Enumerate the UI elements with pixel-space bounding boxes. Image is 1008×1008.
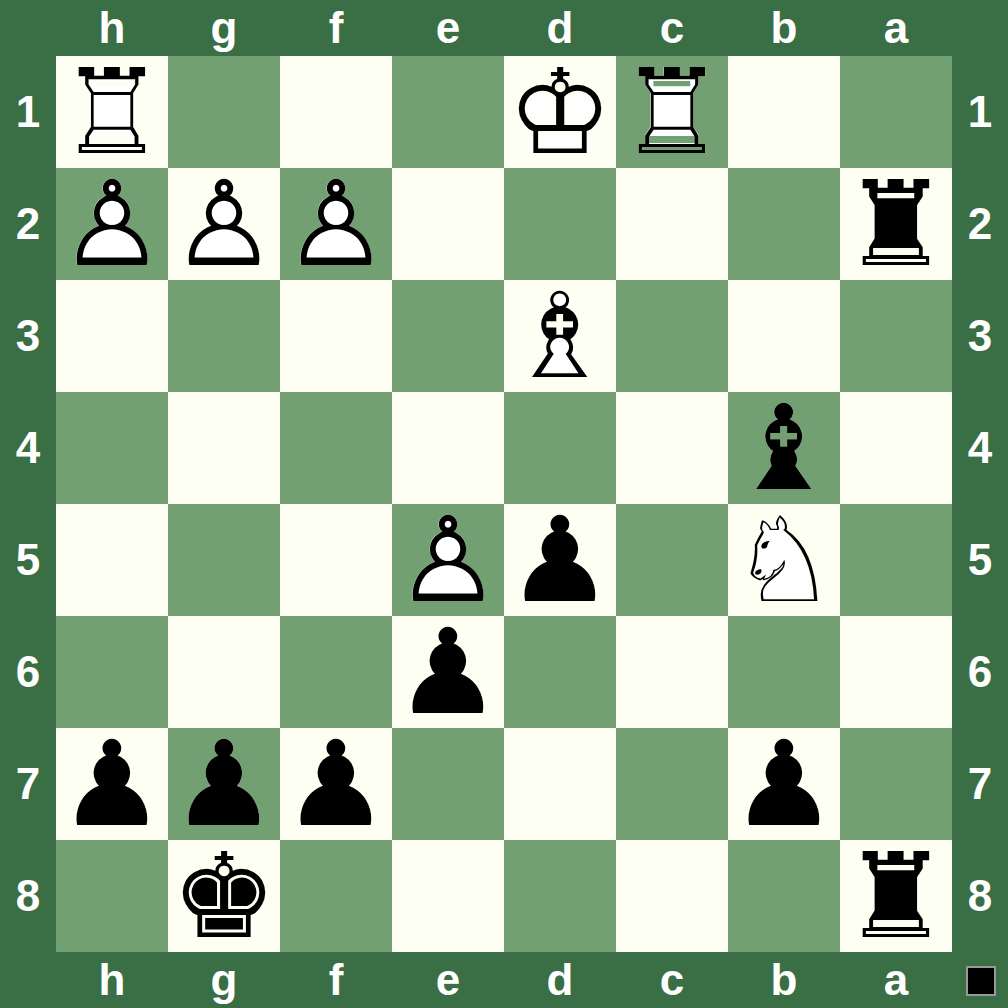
square-h1[interactable]: ♜♖ [56,56,168,168]
piece-wP-f2: ♟♙ [280,168,392,280]
square-e1[interactable] [392,56,504,168]
piece-bP-f7: ♟♟ [280,728,392,840]
square-g6[interactable] [168,616,280,728]
piece-glyph-top: ♖ [616,56,728,168]
piece-wR-h1: ♜♖ [56,56,168,168]
square-c4[interactable] [616,392,728,504]
piece-glyph-base: ♝ [728,392,840,504]
file-label-bottom-h: h [56,952,168,1008]
rank-label-right-2: 2 [952,168,1008,280]
file-label-top-d: d [504,0,616,56]
piece-glyph-base: ♜ [840,168,952,280]
piece-glyph-top: ♟ [168,728,280,840]
square-g1[interactable] [168,56,280,168]
piece-bB-b4: ♝♝ [728,392,840,504]
square-e2[interactable] [392,168,504,280]
piece-bK-g8: ♚♚ [168,840,280,952]
file-label-top-f: f [280,0,392,56]
square-e5[interactable]: ♟♙ [392,504,504,616]
square-c5[interactable] [616,504,728,616]
square-f5[interactable] [280,504,392,616]
square-b3[interactable] [728,280,840,392]
square-g2[interactable]: ♟♙ [168,168,280,280]
square-f7[interactable]: ♟♟ [280,728,392,840]
file-label-top-e: e [392,0,504,56]
square-c8[interactable] [616,840,728,952]
rank-label-right-5: 5 [952,504,1008,616]
file-label-bottom-g: g [168,952,280,1008]
square-b7[interactable]: ♟♟ [728,728,840,840]
piece-glyph-base: ♜ [840,840,952,952]
piece-glyph-top: ♜ [840,840,952,952]
square-c2[interactable] [616,168,728,280]
piece-glyph-top: ♝ [728,392,840,504]
piece-wN-b5: ♞♘ [728,504,840,616]
square-h7[interactable]: ♟♟ [56,728,168,840]
file-label-top-g: g [168,0,280,56]
piece-wB-d3: ♝♗ [504,280,616,392]
square-f4[interactable] [280,392,392,504]
piece-bP-e6: ♟♟ [392,616,504,728]
file-label-bottom-c: c [616,952,728,1008]
rank-label-left-8: 8 [0,840,56,952]
piece-glyph-base: ♞ [728,504,840,616]
piece-wK-d1: ♚♔ [504,56,616,168]
square-d2[interactable] [504,168,616,280]
square-h6[interactable] [56,616,168,728]
piece-glyph-top: ♙ [56,168,168,280]
square-d5[interactable]: ♟♟ [504,504,616,616]
piece-glyph-base: ♟ [280,728,392,840]
board-corner-bottom-left [0,952,56,1008]
square-a6[interactable] [840,616,952,728]
piece-glyph-top: ♜ [840,168,952,280]
square-d4[interactable] [504,392,616,504]
rank-label-left-2: 2 [0,168,56,280]
square-e3[interactable] [392,280,504,392]
file-label-top-a: a [840,0,952,56]
piece-glyph-base: ♟ [56,168,168,280]
piece-bP-d5: ♟♟ [504,504,616,616]
rank-label-left-4: 4 [0,392,56,504]
square-c3[interactable] [616,280,728,392]
square-b1[interactable] [728,56,840,168]
piece-glyph-base: ♟ [392,504,504,616]
square-b8[interactable] [728,840,840,952]
square-g8[interactable]: ♚♚ [168,840,280,952]
piece-glyph-base: ♟ [280,168,392,280]
file-label-top-c: c [616,0,728,56]
square-d6[interactable] [504,616,616,728]
piece-bR-a2: ♜♜ [840,168,952,280]
black-to-move-indicator [966,966,996,996]
piece-glyph-top: ♙ [280,168,392,280]
square-g5[interactable] [168,504,280,616]
piece-glyph-base: ♚ [504,56,616,168]
board-corner-bottom-right [952,952,1008,1008]
rank-label-right-1: 1 [952,56,1008,168]
square-b6[interactable] [728,616,840,728]
piece-wP-e5: ♟♙ [392,504,504,616]
square-e8[interactable] [392,840,504,952]
square-f1[interactable] [280,56,392,168]
rank-label-left-5: 5 [0,504,56,616]
square-f8[interactable] [280,840,392,952]
board-corner-top-left [0,0,56,56]
rank-label-right-4: 4 [952,392,1008,504]
square-c7[interactable] [616,728,728,840]
square-a5[interactable] [840,504,952,616]
piece-glyph-base: ♜ [56,56,168,168]
piece-glyph-base: ♟ [168,728,280,840]
piece-glyph-top: ♟ [504,504,616,616]
piece-glyph-base: ♟ [504,504,616,616]
square-d3[interactable]: ♝♗ [504,280,616,392]
piece-glyph-base: ♚ [168,840,280,952]
square-b2[interactable] [728,168,840,280]
file-label-top-h: h [56,0,168,56]
square-a1[interactable] [840,56,952,168]
piece-glyph-base: ♟ [392,616,504,728]
square-a8[interactable]: ♜♜ [840,840,952,952]
square-f2[interactable]: ♟♙ [280,168,392,280]
piece-glyph-top: ♔ [504,56,616,168]
square-c1[interactable]: ♜♖ [616,56,728,168]
file-label-bottom-d: d [504,952,616,1008]
piece-glyph-base: ♟ [56,728,168,840]
square-e7[interactable] [392,728,504,840]
piece-glyph-top: ♙ [392,504,504,616]
square-d1[interactable]: ♚♔ [504,56,616,168]
piece-glyph-base: ♟ [728,728,840,840]
piece-glyph-top: ♟ [392,616,504,728]
square-f6[interactable] [280,616,392,728]
rank-label-left-7: 7 [0,728,56,840]
board-grid: hgfedcba1♜♖♚♔♜♖12♟♙♟♙♟♙♜♜23♝♗34♝♝45♟♙♟♟♞… [0,0,1008,1008]
square-g7[interactable]: ♟♟ [168,728,280,840]
rank-label-right-7: 7 [952,728,1008,840]
square-b4[interactable]: ♝♝ [728,392,840,504]
piece-wP-h2: ♟♙ [56,168,168,280]
board-corner-top-right [952,0,1008,56]
rank-label-left-3: 3 [0,280,56,392]
piece-glyph-top: ♘ [728,504,840,616]
square-e4[interactable] [392,392,504,504]
piece-bP-b7: ♟♟ [728,728,840,840]
piece-glyph-top: ♖ [56,56,168,168]
square-e6[interactable]: ♟♟ [392,616,504,728]
rank-label-right-6: 6 [952,616,1008,728]
file-label-bottom-f: f [280,952,392,1008]
square-h3[interactable] [56,280,168,392]
square-h4[interactable] [56,392,168,504]
piece-glyph-top: ♟ [280,728,392,840]
piece-bP-g7: ♟♟ [168,728,280,840]
square-d8[interactable] [504,840,616,952]
chess-board: hgfedcba1♜♖♚♔♜♖12♟♙♟♙♟♙♜♜23♝♗34♝♝45♟♙♟♟♞… [0,0,1008,1008]
piece-glyph-top: ♗ [504,280,616,392]
square-f3[interactable] [280,280,392,392]
file-label-bottom-b: b [728,952,840,1008]
rank-label-right-3: 3 [952,280,1008,392]
file-label-bottom-a: a [840,952,952,1008]
square-b5[interactable]: ♞♘ [728,504,840,616]
square-a4[interactable] [840,392,952,504]
square-a7[interactable] [840,728,952,840]
rank-label-left-1: 1 [0,56,56,168]
square-g4[interactable] [168,392,280,504]
piece-glyph-top: ♚ [168,840,280,952]
square-a2[interactable]: ♜♜ [840,168,952,280]
square-c6[interactable] [616,616,728,728]
piece-glyph-base: ♜ [616,56,728,168]
square-a3[interactable] [840,280,952,392]
piece-bR-a8: ♜♜ [840,840,952,952]
piece-glyph-base: ♝ [504,280,616,392]
rank-label-right-8: 8 [952,840,1008,952]
piece-glyph-base: ♟ [168,168,280,280]
piece-wP-g2: ♟♙ [168,168,280,280]
square-h2[interactable]: ♟♙ [56,168,168,280]
piece-glyph-top: ♙ [168,168,280,280]
square-g3[interactable] [168,280,280,392]
piece-glyph-top: ♟ [56,728,168,840]
square-d7[interactable] [504,728,616,840]
piece-glyph-top: ♟ [728,728,840,840]
rank-label-left-6: 6 [0,616,56,728]
square-h8[interactable] [56,840,168,952]
file-label-bottom-e: e [392,952,504,1008]
square-h5[interactable] [56,504,168,616]
file-label-top-b: b [728,0,840,56]
piece-bP-h7: ♟♟ [56,728,168,840]
piece-wR-c1: ♜♖ [616,56,728,168]
